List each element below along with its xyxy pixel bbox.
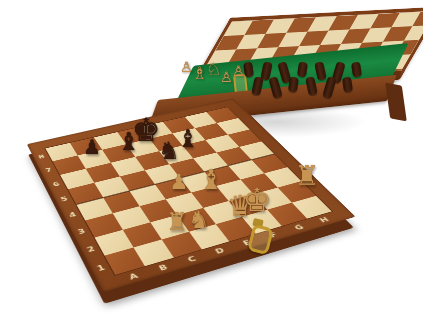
piece-black-knight-d5[interactable]: ♞ [155,139,184,163]
piece-black-pawn-a7[interactable]: ♟ [80,137,104,157]
stored-dark-piece[interactable] [342,76,353,92]
piece-white-rook-h2[interactable]: ♜ [291,162,323,189]
piece-white-knight-c1[interactable]: ♞ [185,208,214,232]
stored-light-piece[interactable]: ♙ [220,70,233,84]
stored-dark-piece[interactable] [351,61,362,77]
piece-white-king-f2[interactable]: ♚ [238,184,276,216]
product-photo-scene: ♙♗♘♙♙ ABCDEFGH 12345678 ♟♝♚♝♞♟♝♜♞♛♚♜ [0,0,423,318]
stored-light-piece[interactable]: ♘ [206,61,221,78]
piece-white-pawn-c4[interactable]: ♟ [166,172,191,193]
stored-light-piece[interactable]: ♙ [180,60,193,74]
piece-white-bishop-d4[interactable]: ♝ [195,166,227,193]
stored-light-piece[interactable]: ♙ [232,64,245,78]
box-side-wall [385,83,407,122]
stored-light-piece[interactable]: ♗ [192,65,207,82]
